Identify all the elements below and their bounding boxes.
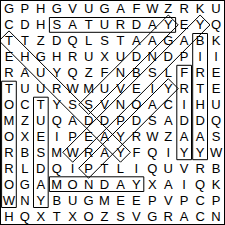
grid-cell-r9c9[interactable]: R — [128, 128, 144, 144]
grid-cell-r9c8[interactable]: Y — [113, 128, 129, 144]
grid-cell-r12c11[interactable]: A — [160, 176, 176, 192]
grid-cell-r9c1[interactable]: O — [1, 128, 17, 144]
grid-cell-r5c12[interactable]: F — [176, 65, 192, 81]
grid-cell-r12c7[interactable]: D — [97, 176, 113, 192]
grid-cell-r13c4[interactable]: B — [49, 192, 65, 208]
grid-cell-r10c14[interactable]: W — [208, 144, 224, 160]
grid-cell-r6c9[interactable]: E — [128, 81, 144, 97]
grid-cell-r12c2[interactable]: G — [17, 176, 33, 192]
grid-cell-r9c4[interactable]: I — [49, 128, 65, 144]
grid-cell-r1c1[interactable]: G — [1, 1, 17, 17]
grid-cell-r2c9[interactable]: D — [128, 17, 144, 33]
grid-cell-r12c6[interactable]: N — [81, 176, 97, 192]
grid-cell-r4c5[interactable]: R — [65, 49, 81, 65]
grid-cell-r3c7[interactable]: S — [97, 33, 113, 49]
grid-cell-r14c13[interactable]: C — [192, 208, 208, 224]
grid-cell-r1c6[interactable]: U — [81, 1, 97, 17]
grid-cell-r14c8[interactable]: S — [113, 208, 129, 224]
grid-cell-r4c14[interactable]: I — [208, 49, 224, 65]
grid-cell-r14c3[interactable]: X — [33, 208, 49, 224]
grid-cell-r4c2[interactable]: H — [17, 49, 33, 65]
grid-cell-r3c10[interactable]: A — [144, 33, 160, 49]
grid-cell-r10c11[interactable]: I — [160, 144, 176, 160]
grid-cell-r11c5[interactable]: I — [65, 160, 81, 176]
grid-cell-r5c6[interactable]: Z — [81, 65, 97, 81]
grid-cell-r5c11[interactable]: L — [160, 65, 176, 81]
grid-cell-r5c10[interactable]: S — [144, 65, 160, 81]
grid-cell-r12c13[interactable]: Q — [192, 176, 208, 192]
grid-cell-r9c11[interactable]: Z — [160, 128, 176, 144]
grid-cell-r14c11[interactable]: R — [160, 208, 176, 224]
grid-cell-r3c8[interactable]: T — [113, 33, 129, 49]
grid-cell-r2c11[interactable]: Y — [160, 17, 176, 33]
grid-cell-r9c14[interactable]: S — [208, 128, 224, 144]
grid-cell-r4c7[interactable]: X — [97, 49, 113, 65]
grid-cell-r6c10[interactable]: I — [144, 81, 160, 97]
grid-cell-r1c10[interactable]: W — [144, 1, 160, 17]
grid-cell-r11c12[interactable]: V — [176, 160, 192, 176]
grid-cell-r7c9[interactable]: O — [128, 97, 144, 113]
grid-cell-r2c10[interactable]: A — [144, 17, 160, 33]
grid-cell-r1c13[interactable]: K — [192, 1, 208, 17]
grid-cell-r5c3[interactable]: U — [33, 65, 49, 81]
grid-cell-r2c1[interactable]: C — [1, 17, 17, 33]
grid-cell-r6c5[interactable]: W — [65, 81, 81, 97]
grid-cell-r14c1[interactable]: H — [1, 208, 17, 224]
grid-cell-r5c7[interactable]: F — [97, 65, 113, 81]
grid-cell-r2c6[interactable]: T — [81, 17, 97, 33]
grid-cell-r9c7[interactable]: A — [97, 128, 113, 144]
grid-cell-r8c2[interactable]: Z — [17, 113, 33, 129]
grid-cell-r8c7[interactable]: D — [97, 113, 113, 129]
grid-cell-r13c1[interactable]: W — [1, 192, 17, 208]
word-search-board: GPHGVUGAFWZRKUCDHSATURDAYEYQTTZDQLSTAAGA… — [0, 0, 225, 225]
grid-cell-r5c1[interactable]: R — [1, 65, 17, 81]
grid-cell-r10c6[interactable]: R — [81, 144, 97, 160]
grid-cell-r14c6[interactable]: O — [81, 208, 97, 224]
grid-cell-r1c12[interactable]: R — [176, 1, 192, 17]
grid-cell-r13c3[interactable]: Y — [33, 192, 49, 208]
grid-cell-r14c7[interactable]: Z — [97, 208, 113, 224]
grid-cell-r5c9[interactable]: B — [128, 65, 144, 81]
grid-cell-r14c5[interactable]: X — [65, 208, 81, 224]
grid-cell-r9c13[interactable]: A — [192, 128, 208, 144]
grid-cell-r3c4[interactable]: D — [49, 33, 65, 49]
grid-cell-r13c9[interactable]: E — [128, 192, 144, 208]
grid-cell-r2c4[interactable]: S — [49, 17, 65, 33]
grid-cell-r1c14[interactable]: U — [208, 1, 224, 17]
grid-cell-r5c4[interactable]: Y — [49, 65, 65, 81]
grid-cell-r8c11[interactable]: A — [160, 113, 176, 129]
grid-cell-r14c12[interactable]: A — [176, 208, 192, 224]
grid-cell-r6c6[interactable]: M — [81, 81, 97, 97]
grid-cell-r6c14[interactable]: E — [208, 81, 224, 97]
grid-cell-r3c2[interactable]: T — [17, 33, 33, 49]
grid-cell-r10c10[interactable]: Q — [144, 144, 160, 160]
grid-cell-r7c6[interactable]: S — [81, 97, 97, 113]
grid-cell-r8c5[interactable]: A — [65, 113, 81, 129]
grid-cell-r7c2[interactable]: C — [17, 97, 33, 113]
grid-cell-r14c14[interactable]: N — [208, 208, 224, 224]
grid-cell-r7c10[interactable]: A — [144, 97, 160, 113]
grid-cell-r9c5[interactable]: P — [65, 128, 81, 144]
grid-cell-r6c12[interactable]: R — [176, 81, 192, 97]
grid-cell-r11c9[interactable]: I — [128, 160, 144, 176]
grid-cell-r4c9[interactable]: D — [128, 49, 144, 65]
grid-cell-r1c3[interactable]: H — [33, 1, 49, 17]
grid-cell-r10c1[interactable]: R — [1, 144, 17, 160]
grid-cell-r11c8[interactable]: L — [113, 160, 129, 176]
grid-cell-r8c1[interactable]: M — [1, 113, 17, 129]
grid-cell-r3c5[interactable]: Q — [65, 33, 81, 49]
grid-cell-r7c5[interactable]: S — [65, 97, 81, 113]
grid-cell-r8c14[interactable]: Q — [208, 113, 224, 129]
grid-cell-r4c10[interactable]: N — [144, 49, 160, 65]
grid-cell-r4c4[interactable]: H — [49, 49, 65, 65]
grid-cell-r12c8[interactable]: A — [113, 176, 129, 192]
grid-cell-r14c9[interactable]: V — [128, 208, 144, 224]
grid-cell-r5c2[interactable]: A — [17, 65, 33, 81]
grid-cell-r7c8[interactable]: N — [113, 97, 129, 113]
grid-cell-r10c13[interactable]: Y — [192, 144, 208, 160]
grid-cell-r12c1[interactable]: O — [1, 176, 17, 192]
grid-cell-r2c7[interactable]: U — [97, 17, 113, 33]
grid-cell-r3c13[interactable]: B — [192, 33, 208, 49]
grid-cell-r3c3[interactable]: Z — [33, 33, 49, 49]
grid-cell-r13c10[interactable]: P — [144, 192, 160, 208]
grid-cell-r6c2[interactable]: U — [17, 81, 33, 97]
grid-cell-r8c13[interactable]: D — [192, 113, 208, 129]
grid-cell-r4c12[interactable]: P — [176, 49, 192, 65]
grid-cell-r12c12[interactable]: I — [176, 176, 192, 192]
grid-cell-r3c1[interactable]: T — [1, 33, 17, 49]
grid-cell-r5c14[interactable]: E — [208, 65, 224, 81]
grid-cell-r10c2[interactable]: B — [17, 144, 33, 160]
grid-cell-r11c6[interactable]: P — [81, 160, 97, 176]
grid-cell-r11c4[interactable]: Q — [49, 160, 65, 176]
grid-cell-r9c10[interactable]: W — [144, 128, 160, 144]
grid-cell-r2c3[interactable]: H — [33, 17, 49, 33]
grid-cell-r9c2[interactable]: X — [17, 128, 33, 144]
grid-cell-r7c12[interactable]: I — [176, 97, 192, 113]
grid-cell-r13c11[interactable]: V — [160, 192, 176, 208]
grid-cell-r1c9[interactable]: F — [128, 1, 144, 17]
grid-cell-r10c5[interactable]: W — [65, 144, 81, 160]
grid-cell-r8c6[interactable]: D — [81, 113, 97, 129]
grid-cell-r13c2[interactable]: N — [17, 192, 33, 208]
grid-cell-r6c7[interactable]: U — [97, 81, 113, 97]
grid-cell-r2c14[interactable]: Q — [208, 17, 224, 33]
grid-cell-r5c5[interactable]: Q — [65, 65, 81, 81]
grid-cell-r11c11[interactable]: U — [160, 160, 176, 176]
grid-cell-r10c9[interactable]: F — [128, 144, 144, 160]
grid-cell-r13c13[interactable]: C — [192, 192, 208, 208]
grid-cell-r13c6[interactable]: G — [81, 192, 97, 208]
grid-cell-r3c11[interactable]: G — [160, 33, 176, 49]
grid-cell-r8c10[interactable]: S — [144, 113, 160, 129]
grid-cell-r3c6[interactable]: L — [81, 33, 97, 49]
grid-cell-r4c3[interactable]: G — [33, 49, 49, 65]
grid-cell-r4c1[interactable]: E — [1, 49, 17, 65]
grid-cell-r9c12[interactable]: A — [176, 128, 192, 144]
grid-cell-r1c7[interactable]: G — [97, 1, 113, 17]
grid-cell-r10c4[interactable]: M — [49, 144, 65, 160]
grid-cell-r4c13[interactable]: I — [192, 49, 208, 65]
grid-cell-r6c11[interactable]: Y — [160, 81, 176, 97]
grid-cell-r12c5[interactable]: O — [65, 176, 81, 192]
grid-cell-r2c12[interactable]: E — [176, 17, 192, 33]
grid-cell-r6c3[interactable]: U — [33, 81, 49, 97]
grid-cell-r1c4[interactable]: G — [49, 1, 65, 17]
grid-cell-r10c12[interactable]: Y — [176, 144, 192, 160]
grid-cell-r13c7[interactable]: M — [97, 192, 113, 208]
grid-cell-r12c3[interactable]: A — [33, 176, 49, 192]
grid-cell-r2c8[interactable]: R — [113, 17, 129, 33]
grid-cell-r11c2[interactable]: L — [17, 160, 33, 176]
grid-cell-r1c8[interactable]: A — [113, 1, 129, 17]
grid-cell-r5c8[interactable]: N — [113, 65, 129, 81]
grid-cell-r8c12[interactable]: D — [176, 113, 192, 129]
grid-cell-r11c1[interactable]: R — [1, 160, 17, 176]
grid-cell-r7c7[interactable]: V — [97, 97, 113, 113]
grid-cell-r10c3[interactable]: S — [33, 144, 49, 160]
grid-cell-r14c10[interactable]: G — [144, 208, 160, 224]
grid-cell-r2c2[interactable]: D — [17, 17, 33, 33]
grid-cell-r9c6[interactable]: E — [81, 128, 97, 144]
grid-cell-r11c10[interactable]: Q — [144, 160, 160, 176]
grid-cell-r1c5[interactable]: V — [65, 1, 81, 17]
grid-cell-r12c14[interactable]: K — [208, 176, 224, 192]
grid-cell-r5c13[interactable]: R — [192, 65, 208, 81]
grid-cell-r8c9[interactable]: D — [128, 113, 144, 129]
grid-cell-r3c9[interactable]: A — [128, 33, 144, 49]
grid-cell-r13c5[interactable]: U — [65, 192, 81, 208]
grid-cell-r7c14[interactable]: U — [208, 97, 224, 113]
grid-cell-r2c13[interactable]: Y — [192, 17, 208, 33]
grid-cell-r7c3[interactable]: T — [33, 97, 49, 113]
grid-cell-r6c8[interactable]: V — [113, 81, 129, 97]
grid-cell-r6c13[interactable]: T — [192, 81, 208, 97]
grid-cell-r11c7[interactable]: T — [97, 160, 113, 176]
grid-cell-r13c14[interactable]: P — [208, 192, 224, 208]
grid-cell-r1c2[interactable]: P — [17, 1, 33, 17]
grid-cell-r7c4[interactable]: Y — [49, 97, 65, 113]
grid-cell-r6c4[interactable]: R — [49, 81, 65, 97]
grid-cell-r7c13[interactable]: H — [192, 97, 208, 113]
grid-cell-r11c14[interactable]: B — [208, 160, 224, 176]
grid-cell-r8c4[interactable]: Q — [49, 113, 65, 129]
grid-cell-r8c8[interactable]: P — [113, 113, 129, 129]
grid-cell-r3c14[interactable]: K — [208, 33, 224, 49]
grid-cell-r3c12[interactable]: A — [176, 33, 192, 49]
grid-cell-r9c3[interactable]: E — [33, 128, 49, 144]
grid-cell-r7c11[interactable]: C — [160, 97, 176, 113]
grid-cell-r7c1[interactable]: O — [1, 97, 17, 113]
grid-cell-r6c1[interactable]: T — [1, 81, 17, 97]
grid-cell-r14c2[interactable]: Q — [17, 208, 33, 224]
grid-cell-r4c6[interactable]: U — [81, 49, 97, 65]
grid-cell-r2c5[interactable]: A — [65, 17, 81, 33]
grid-cell-r12c9[interactable]: Y — [128, 176, 144, 192]
letter-grid: GPHGVUGAFWZRKUCDHSATURDAYEYQTTZDQLSTAAGA… — [1, 1, 224, 224]
grid-cell-r10c7[interactable]: A — [97, 144, 113, 160]
grid-cell-r14c4[interactable]: T — [49, 208, 65, 224]
grid-cell-r8c3[interactable]: U — [33, 113, 49, 129]
grid-cell-r1c11[interactable]: Z — [160, 1, 176, 17]
grid-cell-r13c8[interactable]: E — [113, 192, 129, 208]
grid-cell-r12c10[interactable]: X — [144, 176, 160, 192]
grid-cell-r11c13[interactable]: R — [192, 160, 208, 176]
grid-cell-r12c4[interactable]: M — [49, 176, 65, 192]
grid-cell-r13c12[interactable]: P — [176, 192, 192, 208]
grid-cell-r4c8[interactable]: U — [113, 49, 129, 65]
grid-cell-r10c8[interactable]: Y — [113, 144, 129, 160]
grid-cell-r4c11[interactable]: D — [160, 49, 176, 65]
grid-cell-r11c3[interactable]: D — [33, 160, 49, 176]
